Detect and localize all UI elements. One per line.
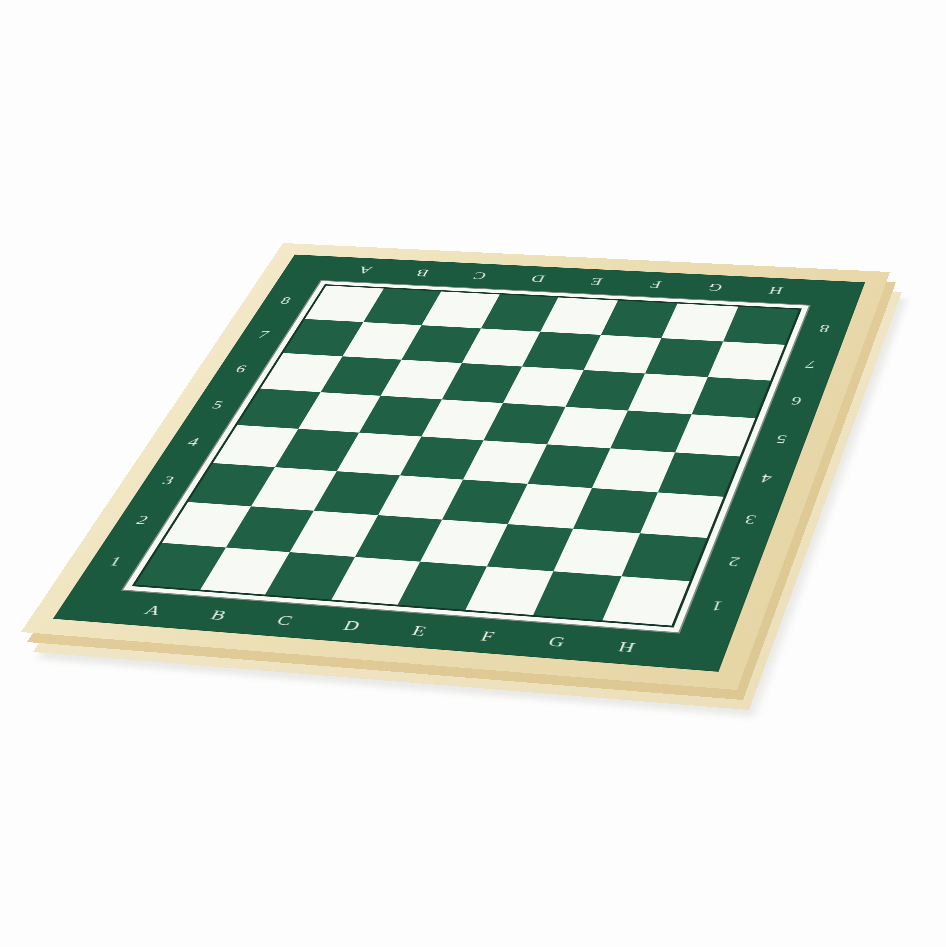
rank-label-left-8: 8 [278, 295, 293, 305]
square-h7 [707, 341, 785, 380]
rank-label-left-1: 1 [107, 554, 125, 567]
rank-label-left-2: 2 [134, 513, 151, 526]
file-label-bottom-h: H [616, 639, 637, 654]
rank-label-left-6: 6 [233, 363, 249, 374]
file-label-top-b: B [414, 268, 431, 278]
square-h8 [723, 307, 799, 345]
rank-label-right-7: 7 [804, 359, 818, 370]
rank-label-left-5: 5 [210, 399, 226, 411]
rank-label-left-4: 4 [185, 436, 202, 448]
file-label-top-a: A [356, 265, 374, 275]
chessboard: ABCDEFGHABCDEFGH8765432187654321 [21, 243, 890, 690]
file-label-bottom-d: D [341, 618, 363, 633]
file-label-bottom-a: A [142, 603, 164, 617]
rank-label-right-1: 1 [709, 599, 725, 613]
rank-label-right-6: 6 [789, 395, 803, 407]
file-label-bottom-g: G [546, 634, 567, 649]
rank-label-left-3: 3 [160, 474, 177, 486]
rank-label-right-2: 2 [726, 555, 741, 569]
playing-field [132, 284, 802, 627]
file-label-bottom-e: E [410, 623, 429, 638]
rank-label-right-3: 3 [743, 513, 758, 526]
rank-label-right-8: 8 [818, 323, 831, 334]
file-label-top-g: G [707, 282, 725, 293]
file-label-bottom-b: B [208, 608, 229, 622]
file-label-bottom-f: F [479, 629, 497, 644]
pinstripe-border [121, 280, 811, 634]
product-photo-scene: ABCDEFGHABCDEFGH8765432187654321 [0, 0, 946, 947]
green-border: ABCDEFGHABCDEFGH8765432187654321 [53, 255, 865, 672]
rank-label-right-5: 5 [774, 433, 788, 445]
rank-label-right-4: 4 [759, 472, 774, 485]
file-label-top-f: F [648, 279, 663, 289]
rank-label-left-7: 7 [256, 329, 271, 340]
file-label-bottom-c: C [274, 613, 295, 627]
file-label-top-h: H [767, 285, 784, 296]
file-label-top-d: D [529, 273, 547, 283]
file-label-top-e: E [589, 276, 605, 286]
file-label-top-c: C [471, 271, 488, 281]
